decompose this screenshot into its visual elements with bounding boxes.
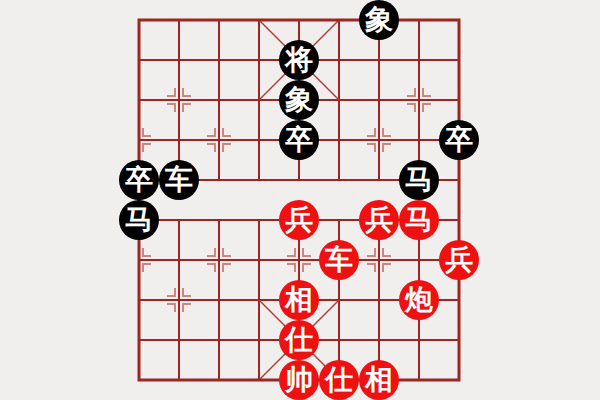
piece-black-soldier[interactable]: 卒 [279,120,319,160]
piece-black-soldier[interactable]: 卒 [439,120,479,160]
piece-red-elephant[interactable]: 相 [359,360,399,400]
piece-red-advisor[interactable]: 仕 [279,320,319,360]
piece-red-soldier[interactable]: 兵 [279,200,319,240]
piece-black-chariot[interactable]: 车 [159,160,199,200]
piece-red-chariot[interactable]: 车 [319,240,359,280]
piece-black-elephant[interactable]: 象 [279,80,319,120]
piece-red-cannon[interactable]: 炮 [399,280,439,320]
piece-red-general[interactable]: 帅 [279,360,319,400]
piece-red-elephant[interactable]: 相 [279,280,319,320]
piece-red-advisor[interactable]: 仕 [319,360,359,400]
pieces-layer: 象将象卒卒卒车马马兵兵马车兵相炮仕帅仕相 [0,0,600,400]
piece-black-horse[interactable]: 马 [119,200,159,240]
xiangqi-screenshot: 象将象卒卒卒车马马兵兵马车兵相炮仕帅仕相 [0,0,600,400]
piece-red-soldier[interactable]: 兵 [359,200,399,240]
piece-red-soldier[interactable]: 兵 [439,240,479,280]
piece-black-elephant[interactable]: 象 [359,0,399,40]
piece-black-general[interactable]: 将 [279,40,319,80]
piece-black-soldier[interactable]: 卒 [119,160,159,200]
piece-red-horse[interactable]: 马 [399,200,439,240]
piece-black-horse[interactable]: 马 [399,160,439,200]
